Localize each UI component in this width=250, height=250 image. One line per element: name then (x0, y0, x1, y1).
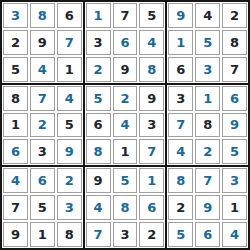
cell-r6c7[interactable]: 4 (168, 139, 193, 164)
cell-r9c1[interactable]: 9 (3, 222, 28, 247)
cell-r5c1[interactable]: 1 (3, 113, 28, 138)
cell-r6c6[interactable]: 7 (139, 139, 164, 164)
cell-r8c9[interactable]: 1 (222, 195, 247, 220)
cell-r4c3[interactable]: 4 (57, 86, 82, 111)
cell-r9c5[interactable]: 3 (113, 222, 138, 247)
cell-r1c9[interactable]: 2 (222, 3, 247, 28)
cell-r2c4[interactable]: 3 (86, 30, 111, 55)
cell-r4c1[interactable]: 8 (3, 86, 28, 111)
cell-r2c5[interactable]: 6 (113, 30, 138, 55)
sudoku-box-2: 175364298 (85, 2, 166, 83)
cell-r7c1[interactable]: 4 (3, 168, 28, 193)
sudoku-box-9: 873291564 (167, 167, 248, 248)
cell-r1c4[interactable]: 1 (86, 3, 111, 28)
cell-r6c2[interactable]: 3 (30, 139, 55, 164)
cell-r4c4[interactable]: 5 (86, 86, 111, 111)
cell-r7c3[interactable]: 2 (57, 168, 82, 193)
cell-r4c7[interactable]: 3 (168, 86, 193, 111)
cell-r6c8[interactable]: 2 (195, 139, 220, 164)
cell-r3c8[interactable]: 3 (195, 57, 220, 82)
sudoku-board: 3862975411753642989421586378741256395296… (0, 0, 250, 250)
cell-r7c9[interactable]: 3 (222, 168, 247, 193)
sudoku-box-5: 529643817 (85, 85, 166, 166)
cell-r9c2[interactable]: 1 (30, 222, 55, 247)
cell-r1c7[interactable]: 9 (168, 3, 193, 28)
cell-r5c9[interactable]: 9 (222, 113, 247, 138)
cell-r3c9[interactable]: 7 (222, 57, 247, 82)
cell-r6c3[interactable]: 9 (57, 139, 82, 164)
cell-r4c2[interactable]: 7 (30, 86, 55, 111)
cell-r8c2[interactable]: 5 (30, 195, 55, 220)
cell-r4c6[interactable]: 9 (139, 86, 164, 111)
cell-r4c5[interactable]: 2 (113, 86, 138, 111)
cell-r9c8[interactable]: 6 (195, 222, 220, 247)
cell-r7c8[interactable]: 7 (195, 168, 220, 193)
cell-r6c9[interactable]: 5 (222, 139, 247, 164)
cell-r1c8[interactable]: 4 (195, 3, 220, 28)
cell-r8c6[interactable]: 6 (139, 195, 164, 220)
cell-r6c5[interactable]: 1 (113, 139, 138, 164)
cell-r7c4[interactable]: 9 (86, 168, 111, 193)
cell-r8c1[interactable]: 7 (3, 195, 28, 220)
sudoku-box-6: 316789425 (167, 85, 248, 166)
cell-r4c9[interactable]: 6 (222, 86, 247, 111)
sudoku-box-4: 874125639 (2, 85, 83, 166)
cell-r5c6[interactable]: 3 (139, 113, 164, 138)
cell-r1c6[interactable]: 5 (139, 3, 164, 28)
cell-r1c2[interactable]: 8 (30, 3, 55, 28)
cell-r9c9[interactable]: 4 (222, 222, 247, 247)
cell-r8c8[interactable]: 9 (195, 195, 220, 220)
cell-r5c4[interactable]: 6 (86, 113, 111, 138)
cell-r2c2[interactable]: 9 (30, 30, 55, 55)
cell-r4c8[interactable]: 1 (195, 86, 220, 111)
cell-r9c7[interactable]: 5 (168, 222, 193, 247)
cell-r9c4[interactable]: 7 (86, 222, 111, 247)
cell-r3c1[interactable]: 5 (3, 57, 28, 82)
cell-r2c8[interactable]: 5 (195, 30, 220, 55)
cell-r3c2[interactable]: 4 (30, 57, 55, 82)
cell-r2c3[interactable]: 7 (57, 30, 82, 55)
cell-r6c4[interactable]: 8 (86, 139, 111, 164)
cell-r1c1[interactable]: 3 (3, 3, 28, 28)
cell-r3c3[interactable]: 1 (57, 57, 82, 82)
cell-r3c5[interactable]: 9 (113, 57, 138, 82)
cell-r3c6[interactable]: 8 (139, 57, 164, 82)
cell-r5c5[interactable]: 4 (113, 113, 138, 138)
cell-r8c3[interactable]: 3 (57, 195, 82, 220)
cell-r7c5[interactable]: 5 (113, 168, 138, 193)
cell-r5c8[interactable]: 8 (195, 113, 220, 138)
cell-r3c4[interactable]: 2 (86, 57, 111, 82)
sudoku-box-8: 951486732 (85, 167, 166, 248)
cell-r2c7[interactable]: 1 (168, 30, 193, 55)
cell-r5c2[interactable]: 2 (30, 113, 55, 138)
cell-r1c5[interactable]: 7 (113, 3, 138, 28)
cell-r7c2[interactable]: 6 (30, 168, 55, 193)
cell-r6c1[interactable]: 6 (3, 139, 28, 164)
cell-r8c5[interactable]: 8 (113, 195, 138, 220)
cell-r1c3[interactable]: 6 (57, 3, 82, 28)
cell-r9c3[interactable]: 8 (57, 222, 82, 247)
cell-r9c6[interactable]: 2 (139, 222, 164, 247)
cell-r8c7[interactable]: 2 (168, 195, 193, 220)
sudoku-box-7: 462753918 (2, 167, 83, 248)
sudoku-box-1: 386297541 (2, 2, 83, 83)
cell-r2c6[interactable]: 4 (139, 30, 164, 55)
sudoku-box-3: 942158637 (167, 2, 248, 83)
cell-r3c7[interactable]: 6 (168, 57, 193, 82)
cell-r5c3[interactable]: 5 (57, 113, 82, 138)
cell-r7c6[interactable]: 1 (139, 168, 164, 193)
cell-r8c4[interactable]: 4 (86, 195, 111, 220)
cell-r2c1[interactable]: 2 (3, 30, 28, 55)
cell-r2c9[interactable]: 8 (222, 30, 247, 55)
cell-r5c7[interactable]: 7 (168, 113, 193, 138)
cell-r7c7[interactable]: 8 (168, 168, 193, 193)
